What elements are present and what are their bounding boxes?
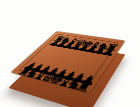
scene: ♜♞♝♛♚♝♞♜♟♟♟♟♟♟♟♟♟♟♟♟♟♟♟♟♜♞♝♛♚♝♞♜ bbox=[0, 0, 140, 107]
chess-set-photo: ♜♞♝♛♚♝♞♜♟♟♟♟♟♟♟♟♟♟♟♟♟♟♟♟♜♞♝♛♚♝♞♜ bbox=[0, 0, 140, 107]
